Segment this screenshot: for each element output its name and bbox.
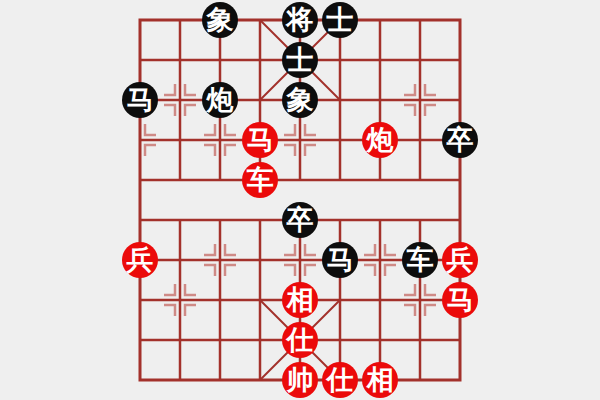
piece-black-advisor[interactable]: 士 xyxy=(282,42,318,78)
intersection-f6-r6[interactable] xyxy=(360,240,400,280)
intersection-f2-r0[interactable]: 象 xyxy=(200,0,240,40)
intersection-f1-r9[interactable] xyxy=(160,360,200,400)
intersection-f0-r5[interactable] xyxy=(120,200,160,240)
intersection-f5-r3[interactable] xyxy=(320,120,360,160)
intersection-f4-r1[interactable]: 士 xyxy=(280,40,320,80)
intersection-f3-r8[interactable] xyxy=(240,320,280,360)
intersection-f7-r0[interactable] xyxy=(400,0,440,40)
intersection-f2-r1[interactable] xyxy=(200,40,240,80)
piece-red-general[interactable]: 帅 xyxy=(282,362,318,398)
piece-black-horse[interactable]: 马 xyxy=(322,242,358,278)
intersection-f4-r6[interactable] xyxy=(280,240,320,280)
intersection-f2-r8[interactable] xyxy=(200,320,240,360)
intersection-f7-r1[interactable] xyxy=(400,40,440,80)
intersection-f5-r0[interactable]: 士 xyxy=(320,0,360,40)
piece-black-chariot[interactable]: 车 xyxy=(402,242,438,278)
intersection-f3-r1[interactable] xyxy=(240,40,280,80)
intersection-f4-r9[interactable]: 帅 xyxy=(280,360,320,400)
intersection-f4-r0[interactable]: 将 xyxy=(280,0,320,40)
intersection-f8-r2[interactable] xyxy=(440,80,480,120)
intersection-f1-r8[interactable] xyxy=(160,320,200,360)
intersection-f7-r7[interactable] xyxy=(400,280,440,320)
piece-red-soldier[interactable]: 兵 xyxy=(442,242,478,278)
intersection-f3-r0[interactable] xyxy=(240,0,280,40)
intersection-f7-r6[interactable]: 车 xyxy=(400,240,440,280)
intersection-f7-r4[interactable] xyxy=(400,160,440,200)
intersection-f3-r7[interactable] xyxy=(240,280,280,320)
intersection-f4-r2[interactable]: 象 xyxy=(280,80,320,120)
intersection-f2-r5[interactable] xyxy=(200,200,240,240)
intersection-f0-r1[interactable] xyxy=(120,40,160,80)
intersection-f7-r8[interactable] xyxy=(400,320,440,360)
piece-red-cannon[interactable]: 炮 xyxy=(362,122,398,158)
intersection-f1-r3[interactable] xyxy=(160,120,200,160)
piece-red-advisor[interactable]: 仕 xyxy=(322,362,358,398)
intersection-f8-r3[interactable]: 卒 xyxy=(440,120,480,160)
intersection-f7-r9[interactable] xyxy=(400,360,440,400)
piece-red-horse[interactable]: 马 xyxy=(242,122,278,158)
intersection-f7-r5[interactable] xyxy=(400,200,440,240)
intersection-f5-r6[interactable]: 马 xyxy=(320,240,360,280)
intersection-f3-r9[interactable] xyxy=(240,360,280,400)
piece-black-general[interactable]: 将 xyxy=(282,2,318,38)
xiangqi-board: 象将士士马炮象马炮卒车卒兵马车兵相马仕帅仕相 xyxy=(120,0,480,400)
intersection-f6-r7[interactable] xyxy=(360,280,400,320)
intersection-f3-r3[interactable]: 马 xyxy=(240,120,280,160)
intersection-f0-r0[interactable] xyxy=(120,0,160,40)
intersection-f6-r9[interactable]: 相 xyxy=(360,360,400,400)
intersection-f5-r2[interactable] xyxy=(320,80,360,120)
intersection-f2-r4[interactable] xyxy=(200,160,240,200)
intersection-f2-r7[interactable] xyxy=(200,280,240,320)
piece-black-horse[interactable]: 马 xyxy=(122,82,158,118)
intersection-f6-r5[interactable] xyxy=(360,200,400,240)
intersection-f7-r3[interactable] xyxy=(400,120,440,160)
intersection-f0-r7[interactable] xyxy=(120,280,160,320)
intersection-f0-r2[interactable]: 马 xyxy=(120,80,160,120)
intersection-f8-r5[interactable] xyxy=(440,200,480,240)
intersection-f1-r0[interactable] xyxy=(160,0,200,40)
piece-red-elephant[interactable]: 相 xyxy=(282,282,318,318)
piece-black-cannon[interactable]: 炮 xyxy=(202,82,238,118)
piece-black-elephant[interactable]: 象 xyxy=(282,82,318,118)
intersection-f0-r6[interactable]: 兵 xyxy=(120,240,160,280)
piece-red-elephant[interactable]: 相 xyxy=(362,362,398,398)
xiangqi-screenshot: 象将士士马炮象马炮卒车卒兵马车兵相马仕帅仕相 xyxy=(0,0,600,400)
intersection-f8-r1[interactable] xyxy=(440,40,480,80)
intersection-f2-r3[interactable] xyxy=(200,120,240,160)
intersection-f1-r6[interactable] xyxy=(160,240,200,280)
piece-black-elephant[interactable]: 象 xyxy=(202,2,238,38)
intersection-f4-r5[interactable]: 卒 xyxy=(280,200,320,240)
intersection-f8-r9[interactable] xyxy=(440,360,480,400)
intersection-f4-r4[interactable] xyxy=(280,160,320,200)
intersection-f3-r4[interactable]: 车 xyxy=(240,160,280,200)
intersection-f8-r7[interactable]: 马 xyxy=(440,280,480,320)
intersection-f5-r1[interactable] xyxy=(320,40,360,80)
intersection-f6-r3[interactable]: 炮 xyxy=(360,120,400,160)
piece-red-chariot[interactable]: 车 xyxy=(242,162,278,198)
intersection-f6-r2[interactable] xyxy=(360,80,400,120)
intersection-f1-r2[interactable] xyxy=(160,80,200,120)
intersection-f4-r8[interactable]: 仕 xyxy=(280,320,320,360)
intersection-f3-r2[interactable] xyxy=(240,80,280,120)
intersection-f0-r8[interactable] xyxy=(120,320,160,360)
intersection-f5-r5[interactable] xyxy=(320,200,360,240)
intersection-f5-r8[interactable] xyxy=(320,320,360,360)
piece-black-soldier[interactable]: 卒 xyxy=(282,202,318,238)
intersection-f0-r9[interactable] xyxy=(120,360,160,400)
intersection-f0-r3[interactable] xyxy=(120,120,160,160)
intersection-f6-r0[interactable] xyxy=(360,0,400,40)
piece-red-advisor[interactable]: 仕 xyxy=(282,322,318,358)
intersection-f7-r2[interactable] xyxy=(400,80,440,120)
intersection-f8-r0[interactable] xyxy=(440,0,480,40)
piece-red-horse[interactable]: 马 xyxy=(442,282,478,318)
intersection-f3-r5[interactable] xyxy=(240,200,280,240)
piece-black-soldier[interactable]: 卒 xyxy=(442,122,478,158)
intersection-f2-r9[interactable] xyxy=(200,360,240,400)
piece-black-advisor[interactable]: 士 xyxy=(322,2,358,38)
intersection-f5-r7[interactable] xyxy=(320,280,360,320)
intersection-f1-r5[interactable] xyxy=(160,200,200,240)
intersection-f2-r2[interactable]: 炮 xyxy=(200,80,240,120)
intersection-f6-r1[interactable] xyxy=(360,40,400,80)
intersection-f8-r8[interactable] xyxy=(440,320,480,360)
intersection-f5-r9[interactable]: 仕 xyxy=(320,360,360,400)
intersection-f2-r6[interactable] xyxy=(200,240,240,280)
intersection-f4-r3[interactable] xyxy=(280,120,320,160)
intersection-f1-r4[interactable] xyxy=(160,160,200,200)
intersection-f4-r7[interactable]: 相 xyxy=(280,280,320,320)
intersection-f0-r4[interactable] xyxy=(120,160,160,200)
intersection-f1-r7[interactable] xyxy=(160,280,200,320)
intersection-f1-r1[interactable] xyxy=(160,40,200,80)
intersection-f3-r6[interactable] xyxy=(240,240,280,280)
intersection-f8-r4[interactable] xyxy=(440,160,480,200)
piece-red-soldier[interactable]: 兵 xyxy=(122,242,158,278)
intersection-f6-r8[interactable] xyxy=(360,320,400,360)
intersection-f8-r6[interactable]: 兵 xyxy=(440,240,480,280)
intersection-f5-r4[interactable] xyxy=(320,160,360,200)
intersection-f6-r4[interactable] xyxy=(360,160,400,200)
